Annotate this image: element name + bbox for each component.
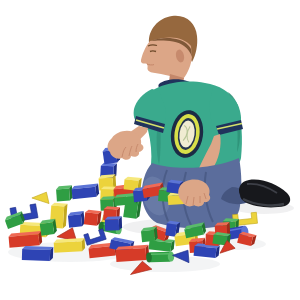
block-blue-cube bbox=[105, 216, 122, 231]
block-red-cube bbox=[84, 209, 102, 226]
block-green-cube bbox=[141, 227, 158, 243]
boy-eye bbox=[150, 51, 156, 52]
block-green-cube bbox=[39, 219, 57, 236]
block-blue-cube bbox=[68, 211, 85, 228]
photo-canvas bbox=[0, 0, 300, 300]
block-red-rect bbox=[8, 231, 42, 248]
block-green-cube bbox=[56, 185, 73, 201]
scene-svg bbox=[0, 0, 300, 300]
block-yellow-rect bbox=[54, 238, 86, 253]
block-red-rect bbox=[115, 245, 149, 262]
block-green-cyl bbox=[146, 252, 174, 263]
block-blue-rect bbox=[22, 246, 53, 261]
